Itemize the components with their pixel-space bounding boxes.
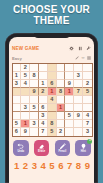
cell-r6c3[interactable]: 5 (30, 104, 39, 112)
cell-r5c7[interactable] (65, 96, 74, 104)
cell-r8c4[interactable]: 4 (39, 120, 48, 128)
cell-r7c4[interactable]: 3 (39, 112, 48, 120)
wrench-icon[interactable] (86, 46, 91, 51)
numpad-1[interactable]: 1 (14, 161, 19, 171)
sudoku-grid: 215833416929218175435613594513487697523 (12, 63, 94, 137)
cell-r6c8[interactable] (74, 104, 83, 112)
theme-ad: { "game": "sudoku", "position": ".2.....… (0, 0, 103, 183)
cell-r9c8[interactable] (74, 128, 83, 136)
cell-r1c8[interactable] (74, 64, 83, 72)
cell-r9c4[interactable]: 7 (39, 128, 48, 136)
erase-button[interactable]: Erase (34, 140, 50, 156)
cell-r9c3[interactable] (30, 128, 39, 136)
cell-r2c1[interactable]: 1 (13, 72, 22, 80)
cell-r2c4[interactable] (39, 72, 48, 80)
cell-r2c7[interactable] (65, 72, 74, 80)
cell-r9c6[interactable]: 2 (57, 128, 66, 136)
cell-r1c6[interactable] (57, 64, 66, 72)
cell-r5c6[interactable] (57, 96, 66, 104)
phone-screen: NEW GAME (9, 37, 94, 183)
cell-r4c3[interactable]: 9 (30, 88, 39, 96)
cell-r2c3[interactable]: 8 (30, 72, 39, 80)
app-bar: NEW GAME (12, 45, 91, 52)
cell-r7c7[interactable]: 5 (65, 112, 74, 120)
ad-headline-line2: THEME (0, 16, 103, 27)
numpad-3[interactable]: 3 (32, 161, 37, 171)
hint-badge: 1 (87, 139, 92, 144)
cell-r3c4[interactable]: 1 (39, 80, 48, 88)
undo-button[interactable]: Undo (13, 140, 29, 156)
cell-r2c6[interactable] (57, 72, 66, 80)
cell-r2c5[interactable] (48, 72, 57, 80)
cell-r7c6[interactable] (57, 112, 66, 120)
difficulty-label: Easy (12, 56, 22, 61)
cell-r7c9[interactable]: 4 (83, 112, 92, 120)
cell-r9c1[interactable]: 6 (13, 128, 22, 136)
cell-r3c8[interactable] (74, 80, 83, 88)
cell-r2c2[interactable]: 5 (21, 72, 30, 80)
cell-r1c1[interactable] (13, 64, 22, 72)
infinity-icon: ∞ (82, 56, 85, 60)
hint-label: Hint (81, 151, 86, 154)
cell-r5c3[interactable] (30, 96, 39, 104)
cell-r5c2[interactable] (21, 96, 30, 104)
phone-mockup: NEW GAME (5, 33, 98, 183)
cell-r5c4[interactable] (39, 96, 48, 104)
pencil-tool-icon (59, 143, 66, 150)
cell-r4c9[interactable]: 5 (83, 88, 92, 96)
cell-r3c6[interactable] (57, 80, 66, 88)
cell-r1c2[interactable]: 2 (21, 64, 30, 72)
cell-r9c5[interactable]: 5 (48, 128, 57, 136)
status-icons: ∞ (75, 56, 91, 61)
cell-r1c3[interactable] (30, 64, 39, 72)
cell-r9c7[interactable] (65, 128, 74, 136)
phone-notch (34, 33, 70, 38)
app-title: NEW GAME (12, 46, 39, 51)
cell-r1c7[interactable] (65, 64, 74, 72)
erase-label: Erase (38, 151, 45, 154)
control-buttons: Undo Erase Pencil 1 (13, 140, 91, 157)
cell-r8c8[interactable] (74, 120, 83, 128)
cell-r9c2[interactable]: 9 (21, 128, 30, 136)
cell-r3c7[interactable]: 9 (65, 80, 74, 88)
hint-button[interactable]: 1 Hint (75, 140, 91, 156)
pause-icon[interactable] (78, 46, 83, 51)
ad-headline: CHOOSE YOUR THEME (0, 5, 103, 26)
cell-r8c7[interactable] (65, 120, 74, 128)
numpad-6[interactable]: 6 (58, 161, 63, 171)
cell-r1c9[interactable] (83, 64, 92, 72)
cell-r1c5[interactable] (48, 64, 57, 72)
numpad-9[interactable]: 9 (85, 161, 90, 171)
cell-r8c2[interactable]: 1 (21, 120, 30, 128)
cell-r4c4[interactable]: 2 (39, 88, 48, 96)
undo-label: Undo (17, 151, 24, 154)
grid-icon (87, 56, 91, 61)
pencil-icon (75, 56, 79, 61)
cell-r3c9[interactable]: 2 (83, 80, 92, 88)
cell-r5c5[interactable]: 4 (48, 96, 57, 104)
cell-r6c2[interactable]: 3 (21, 104, 30, 112)
cell-r3c2[interactable]: 4 (21, 80, 30, 88)
cell-r8c3[interactable]: 3 (30, 120, 39, 128)
cell-r6c1[interactable] (13, 104, 22, 112)
numpad-4[interactable]: 4 (40, 161, 45, 171)
numpad-7[interactable]: 7 (67, 161, 72, 171)
cell-r8c9[interactable]: 7 (83, 120, 92, 128)
gear-icon[interactable] (69, 46, 74, 51)
cell-r5c8[interactable] (74, 96, 83, 104)
cell-r2c8[interactable]: 3 (74, 72, 83, 80)
numpad-2[interactable]: 2 (23, 161, 28, 171)
numpad-5[interactable]: 5 (49, 161, 54, 171)
undo-icon (17, 143, 24, 150)
cell-r3c5[interactable]: 6 (48, 80, 57, 88)
ad-headline-line1: CHOOSE YOUR (0, 5, 103, 16)
pencil-button[interactable]: Pencil (55, 140, 71, 156)
cell-r6c5[interactable] (48, 104, 57, 112)
cell-r5c9[interactable] (83, 96, 92, 104)
cell-r7c5[interactable] (48, 112, 57, 120)
cell-r6c4[interactable]: 6 (39, 104, 48, 112)
cell-r7c1[interactable] (13, 112, 22, 120)
pencil-label: Pencil (59, 151, 67, 154)
status-bar: Easy ∞ (12, 55, 91, 61)
cell-r6c6[interactable]: 1 (57, 104, 66, 112)
cell-r5c1[interactable] (13, 96, 22, 104)
cell-r4c5[interactable]: 1 (48, 88, 57, 96)
cell-r4c1[interactable] (13, 88, 22, 96)
cell-r7c2[interactable] (21, 112, 30, 120)
eraser-icon (38, 143, 45, 150)
cell-r4c7[interactable]: 1 (65, 88, 74, 96)
lightbulb-icon (80, 143, 87, 150)
cell-r6c9[interactable] (83, 104, 92, 112)
cell-r6c7[interactable] (65, 104, 74, 112)
cell-r8c1[interactable]: 5 (13, 120, 22, 128)
cell-r1c4[interactable] (39, 64, 48, 72)
numpad: 123456789 (14, 160, 90, 172)
app-bar-icons (69, 46, 92, 51)
cell-r8c6[interactable] (57, 120, 66, 128)
cell-r4c8[interactable]: 7 (74, 88, 83, 96)
cell-r2c9[interactable] (83, 72, 92, 80)
cell-r4c2[interactable] (21, 88, 30, 96)
cell-r8c5[interactable]: 8 (48, 120, 57, 128)
cell-r7c3[interactable] (30, 112, 39, 120)
cell-r3c3[interactable] (30, 80, 39, 88)
cell-r3c1[interactable]: 3 (13, 80, 22, 88)
cell-r7c8[interactable]: 9 (74, 112, 83, 120)
cell-r9c9[interactable]: 3 (83, 128, 92, 136)
numpad-8[interactable]: 8 (76, 161, 81, 171)
cell-r4c6[interactable]: 8 (57, 88, 66, 96)
